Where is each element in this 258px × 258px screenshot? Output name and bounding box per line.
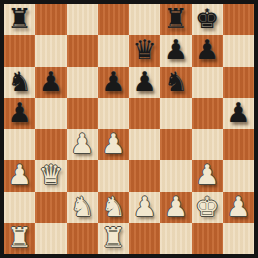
piece-black-pawn: ♟ xyxy=(39,68,63,95)
square-e2[interactable]: ♟ xyxy=(129,192,160,223)
square-b8[interactable] xyxy=(35,4,66,35)
square-e4[interactable] xyxy=(129,129,160,160)
square-c1[interactable] xyxy=(67,223,98,254)
square-e6[interactable]: ♟ xyxy=(129,67,160,98)
square-c8[interactable] xyxy=(67,4,98,35)
square-f4[interactable] xyxy=(160,129,191,160)
piece-white-pawn: ♟ xyxy=(226,193,250,220)
piece-black-rook: ♜ xyxy=(8,5,32,32)
piece-black-pawn: ♟ xyxy=(133,68,157,95)
square-e1[interactable] xyxy=(129,223,160,254)
piece-white-queen: ♛ xyxy=(39,161,63,188)
piece-black-rook: ♜ xyxy=(164,5,188,32)
piece-white-rook: ♜ xyxy=(101,224,125,251)
square-f3[interactable] xyxy=(160,160,191,191)
square-a1[interactable]: ♜ xyxy=(4,223,35,254)
square-h4[interactable] xyxy=(223,129,254,160)
square-h2[interactable]: ♟ xyxy=(223,192,254,223)
square-d6[interactable]: ♟ xyxy=(98,67,129,98)
piece-black-pawn: ♟ xyxy=(195,36,219,63)
square-c5[interactable] xyxy=(67,98,98,129)
piece-black-knight: ♞ xyxy=(8,68,32,95)
piece-white-pawn: ♟ xyxy=(70,130,94,157)
square-f5[interactable] xyxy=(160,98,191,129)
square-g3[interactable]: ♟ xyxy=(192,160,223,191)
square-b2[interactable] xyxy=(35,192,66,223)
square-d1[interactable]: ♜ xyxy=(98,223,129,254)
square-g8[interactable]: ♚ xyxy=(192,4,223,35)
square-c6[interactable] xyxy=(67,67,98,98)
square-a3[interactable]: ♟ xyxy=(4,160,35,191)
piece-white-pawn: ♟ xyxy=(101,130,125,157)
square-g4[interactable] xyxy=(192,129,223,160)
square-e8[interactable] xyxy=(129,4,160,35)
piece-black-pawn: ♟ xyxy=(8,99,32,126)
square-a7[interactable] xyxy=(4,35,35,66)
square-a4[interactable] xyxy=(4,129,35,160)
square-h5[interactable]: ♟ xyxy=(223,98,254,129)
square-f1[interactable] xyxy=(160,223,191,254)
square-b7[interactable] xyxy=(35,35,66,66)
piece-black-pawn: ♟ xyxy=(101,68,125,95)
square-g2[interactable]: ♚ xyxy=(192,192,223,223)
square-a5[interactable]: ♟ xyxy=(4,98,35,129)
square-g7[interactable]: ♟ xyxy=(192,35,223,66)
square-c2[interactable]: ♞ xyxy=(67,192,98,223)
square-a8[interactable]: ♜ xyxy=(4,4,35,35)
piece-white-king: ♚ xyxy=(195,193,219,220)
square-d4[interactable]: ♟ xyxy=(98,129,129,160)
piece-white-rook: ♜ xyxy=(8,224,32,251)
square-b6[interactable]: ♟ xyxy=(35,67,66,98)
square-f7[interactable]: ♟ xyxy=(160,35,191,66)
square-a2[interactable] xyxy=(4,192,35,223)
square-f2[interactable]: ♟ xyxy=(160,192,191,223)
square-e5[interactable] xyxy=(129,98,160,129)
piece-black-king: ♚ xyxy=(195,5,219,32)
piece-white-knight: ♞ xyxy=(101,193,125,220)
piece-black-pawn: ♟ xyxy=(164,36,188,63)
piece-black-queen: ♛ xyxy=(133,36,157,63)
square-g1[interactable] xyxy=(192,223,223,254)
square-f8[interactable]: ♜ xyxy=(160,4,191,35)
square-g6[interactable] xyxy=(192,67,223,98)
square-f6[interactable]: ♞ xyxy=(160,67,191,98)
piece-white-pawn: ♟ xyxy=(164,193,188,220)
square-b4[interactable] xyxy=(35,129,66,160)
piece-white-knight: ♞ xyxy=(70,193,94,220)
square-h6[interactable] xyxy=(223,67,254,98)
square-d8[interactable] xyxy=(98,4,129,35)
square-d5[interactable] xyxy=(98,98,129,129)
square-g5[interactable] xyxy=(192,98,223,129)
square-h1[interactable] xyxy=(223,223,254,254)
square-d7[interactable] xyxy=(98,35,129,66)
piece-white-pawn: ♟ xyxy=(195,161,219,188)
piece-black-pawn: ♟ xyxy=(226,99,250,126)
square-c3[interactable] xyxy=(67,160,98,191)
square-e3[interactable] xyxy=(129,160,160,191)
square-d3[interactable] xyxy=(98,160,129,191)
square-b1[interactable] xyxy=(35,223,66,254)
piece-white-pawn: ♟ xyxy=(133,193,157,220)
piece-white-pawn: ♟ xyxy=(8,161,32,188)
square-h7[interactable] xyxy=(223,35,254,66)
square-h8[interactable] xyxy=(223,4,254,35)
square-a6[interactable]: ♞ xyxy=(4,67,35,98)
square-d2[interactable]: ♞ xyxy=(98,192,129,223)
piece-black-knight: ♞ xyxy=(164,68,188,95)
chess-board: ♜♜♚♛♟♟♞♟♟♟♞♟♟♟♟♟♛♟♞♞♟♟♚♟♜♜ xyxy=(4,4,254,254)
square-c4[interactable]: ♟ xyxy=(67,129,98,160)
square-b5[interactable] xyxy=(35,98,66,129)
square-c7[interactable] xyxy=(67,35,98,66)
square-b3[interactable]: ♛ xyxy=(35,160,66,191)
chess-board-frame: ♜♜♚♛♟♟♞♟♟♟♞♟♟♟♟♟♛♟♞♞♟♟♚♟♜♜ xyxy=(0,0,258,258)
square-e7[interactable]: ♛ xyxy=(129,35,160,66)
square-h3[interactable] xyxy=(223,160,254,191)
